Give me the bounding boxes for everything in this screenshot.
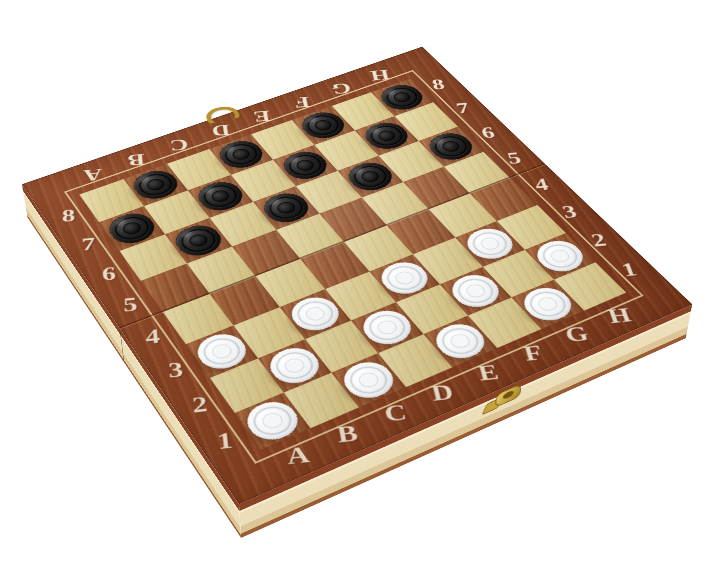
- checkers-board-top-face: AA88BB77CC66DD55EE44FF33GG22HH11: [22, 47, 692, 505]
- product-photo-stage: AA88BB77CC66DD55EE44FF33GG22HH11 ⛂⛂⛂⛂⛂⛂⛂…: [0, 0, 720, 577]
- brass-loop-icon: [203, 104, 244, 129]
- rank-label-left-8: 8: [47, 198, 91, 234]
- board-scene: AA88BB77CC66DD55EE44FF33GG22HH11 ⛂⛂⛂⛂⛂⛂⛂…: [22, 47, 692, 505]
